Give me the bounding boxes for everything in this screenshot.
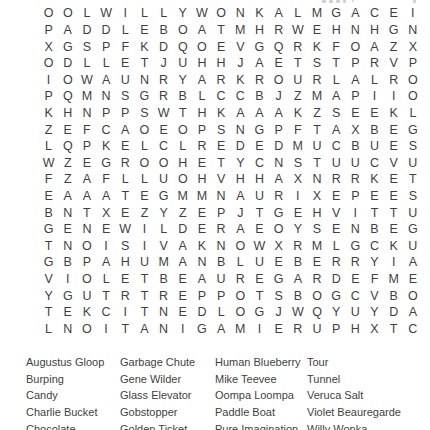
grid-cell[interactable]: B	[346, 138, 365, 155]
grid-cell[interactable]: S	[269, 287, 288, 304]
grid-cell[interactable]: J	[269, 88, 288, 105]
grid-cell[interactable]: E	[212, 138, 231, 155]
grid-cell[interactable]: B	[39, 204, 58, 221]
grid-cell[interactable]: N	[135, 71, 154, 88]
grid-cell[interactable]: G	[58, 287, 77, 304]
grid-cell[interactable]: S	[403, 188, 422, 205]
grid-cell[interactable]: F	[77, 121, 96, 138]
grid-cell[interactable]: H	[231, 171, 250, 188]
grid-cell[interactable]: E	[365, 188, 384, 205]
grid-cell[interactable]: V	[231, 38, 250, 55]
grid-cell[interactable]: E	[307, 22, 326, 39]
grid-cell[interactable]: G	[154, 188, 173, 205]
grid-cell[interactable]: O	[269, 221, 288, 238]
grid-cell[interactable]: L	[212, 304, 231, 321]
grid-cell[interactable]: V	[154, 238, 173, 255]
grid-cell[interactable]: L	[116, 22, 135, 39]
grid-cell[interactable]: K	[288, 105, 307, 122]
grid-cell[interactable]: S	[307, 221, 326, 238]
grid-cell[interactable]: T	[97, 287, 116, 304]
grid-cell[interactable]: Q	[173, 38, 192, 55]
grid-cell[interactable]: Y	[365, 304, 384, 321]
grid-cell[interactable]: T	[135, 287, 154, 304]
grid-cell[interactable]: T	[212, 22, 231, 39]
grid-cell[interactable]: B	[288, 254, 307, 271]
grid-cell[interactable]: W	[154, 105, 173, 122]
grid-cell[interactable]: N	[77, 221, 96, 238]
grid-cell[interactable]: I	[403, 5, 422, 22]
grid-cell[interactable]: Y	[173, 71, 192, 88]
grid-cell[interactable]: Z	[288, 88, 307, 105]
grid-cell[interactable]: N	[403, 22, 422, 39]
grid-cell[interactable]: Z	[173, 204, 192, 221]
grid-cell[interactable]: O	[173, 121, 192, 138]
grid-cell[interactable]: E	[116, 55, 135, 72]
grid-cell[interactable]: E	[135, 22, 154, 39]
grid-cell[interactable]: U	[250, 188, 269, 205]
grid-cell[interactable]: N	[58, 238, 77, 255]
grid-cell[interactable]: N	[231, 121, 250, 138]
grid-cell[interactable]: R	[307, 271, 326, 288]
grid-cell[interactable]: R	[212, 71, 231, 88]
grid-cell[interactable]: I	[97, 238, 116, 255]
grid-cell[interactable]: F	[116, 38, 135, 55]
grid-cell[interactable]: E	[192, 204, 211, 221]
grid-cell[interactable]: E	[97, 221, 116, 238]
grid-cell[interactable]: G	[192, 321, 211, 338]
grid-cell[interactable]: E	[384, 188, 403, 205]
grid-cell[interactable]: T	[212, 154, 231, 171]
grid-cell[interactable]: A	[97, 254, 116, 271]
grid-cell[interactable]: K	[231, 71, 250, 88]
grid-cell[interactable]: W	[250, 238, 269, 255]
grid-cell[interactable]: K	[135, 38, 154, 55]
grid-cell[interactable]: A	[231, 221, 250, 238]
grid-cell[interactable]: K	[39, 105, 58, 122]
grid-cell[interactable]: U	[212, 271, 231, 288]
grid-cell[interactable]: W	[97, 5, 116, 22]
grid-cell[interactable]: R	[116, 154, 135, 171]
grid-cell[interactable]: O	[77, 321, 96, 338]
grid-cell[interactable]: E	[116, 271, 135, 288]
grid-cell[interactable]: G	[403, 121, 422, 138]
grid-cell[interactable]: L	[154, 221, 173, 238]
grid-cell[interactable]: G	[250, 304, 269, 321]
grid-cell[interactable]: E	[327, 188, 346, 205]
grid-cell[interactable]: U	[250, 254, 269, 271]
grid-cell[interactable]: P	[346, 88, 365, 105]
grid-cell[interactable]: H	[327, 22, 346, 39]
grid-cell[interactable]: V	[384, 55, 403, 72]
grid-cell[interactable]: O	[403, 287, 422, 304]
grid-cell[interactable]: M	[77, 88, 96, 105]
grid-cell[interactable]: X	[346, 121, 365, 138]
grid-cell[interactable]: N	[58, 321, 77, 338]
grid-cell[interactable]: G	[58, 38, 77, 55]
grid-cell[interactable]: L	[365, 71, 384, 88]
grid-cell[interactable]: T	[250, 204, 269, 221]
grid-cell[interactable]: X	[39, 38, 58, 55]
grid-cell[interactable]: Y	[173, 5, 192, 22]
grid-cell[interactable]: E	[384, 138, 403, 155]
grid-cell[interactable]: H	[307, 204, 326, 221]
grid-cell[interactable]: H	[365, 22, 384, 39]
grid-cell[interactable]: N	[192, 254, 211, 271]
grid-cell[interactable]: G	[327, 287, 346, 304]
grid-cell[interactable]: L	[231, 254, 250, 271]
grid-cell[interactable]: E	[384, 171, 403, 188]
grid-cell[interactable]: A	[231, 188, 250, 205]
grid-cell[interactable]: F	[39, 171, 58, 188]
grid-cell[interactable]: A	[250, 55, 269, 72]
grid-cell[interactable]: A	[327, 88, 346, 105]
grid-cell[interactable]: R	[269, 188, 288, 205]
grid-cell[interactable]: T	[135, 304, 154, 321]
grid-cell[interactable]: R	[269, 22, 288, 39]
grid-cell[interactable]: Z	[307, 105, 326, 122]
grid-cell[interactable]: I	[346, 204, 365, 221]
grid-cell[interactable]: N	[346, 221, 365, 238]
grid-cell[interactable]: I	[58, 271, 77, 288]
grid-cell[interactable]: U	[173, 55, 192, 72]
grid-cell[interactable]: E	[212, 38, 231, 55]
grid-cell[interactable]: M	[154, 254, 173, 271]
grid-cell[interactable]: R	[116, 287, 135, 304]
grid-cell[interactable]: R	[346, 171, 365, 188]
grid-cell[interactable]: R	[154, 88, 173, 105]
grid-cell[interactable]: U	[135, 254, 154, 271]
grid-cell[interactable]: Y	[154, 204, 173, 221]
grid-cell[interactable]: H	[212, 55, 231, 72]
grid-cell[interactable]: G	[135, 88, 154, 105]
grid-cell[interactable]: H	[192, 105, 211, 122]
grid-cell[interactable]: T	[288, 55, 307, 72]
grid-cell[interactable]: E	[116, 204, 135, 221]
grid-cell[interactable]: B	[250, 88, 269, 105]
grid-cell[interactable]: A	[97, 188, 116, 205]
grid-cell[interactable]: L	[327, 71, 346, 88]
grid-cell[interactable]: A	[269, 105, 288, 122]
grid-cell[interactable]: N	[269, 154, 288, 171]
grid-cell[interactable]: R	[384, 71, 403, 88]
grid-cell[interactable]: H	[116, 254, 135, 271]
grid-cell[interactable]: I	[288, 188, 307, 205]
grid-cell[interactable]: I	[116, 304, 135, 321]
grid-cell[interactable]: U	[403, 154, 422, 171]
grid-cell[interactable]: L	[97, 271, 116, 288]
grid-cell[interactable]: U	[346, 304, 365, 321]
grid-cell[interactable]: T	[307, 121, 326, 138]
grid-cell[interactable]: X	[288, 171, 307, 188]
grid-cell[interactable]: F	[288, 121, 307, 138]
grid-cell[interactable]: G	[269, 271, 288, 288]
grid-cell[interactable]: C	[97, 304, 116, 321]
grid-cell[interactable]: C	[365, 238, 384, 255]
grid-cell[interactable]: O	[231, 304, 250, 321]
grid-cell[interactable]: I	[365, 88, 384, 105]
grid-cell[interactable]: T	[116, 321, 135, 338]
grid-cell[interactable]: N	[77, 105, 96, 122]
grid-cell[interactable]: A	[58, 188, 77, 205]
grid-cell[interactable]: C	[365, 5, 384, 22]
grid-cell[interactable]: T	[77, 204, 96, 221]
grid-cell[interactable]: M	[288, 138, 307, 155]
grid-cell[interactable]: O	[212, 5, 231, 22]
grid-cell[interactable]: P	[327, 321, 346, 338]
grid-cell[interactable]: J	[231, 55, 250, 72]
grid-cell[interactable]: N	[346, 22, 365, 39]
grid-cell[interactable]: K	[307, 38, 326, 55]
grid-cell[interactable]: K	[365, 171, 384, 188]
grid-cell[interactable]: O	[77, 271, 96, 288]
grid-cell[interactable]: B	[365, 121, 384, 138]
grid-cell[interactable]: I	[116, 5, 135, 22]
grid-cell[interactable]: N	[307, 171, 326, 188]
grid-cell[interactable]: A	[116, 121, 135, 138]
grid-cell[interactable]: D	[77, 22, 96, 39]
grid-cell[interactable]: H	[192, 171, 211, 188]
grid-cell[interactable]: D	[97, 22, 116, 39]
grid-cell[interactable]: E	[250, 271, 269, 288]
grid-cell[interactable]: V	[39, 271, 58, 288]
grid-cell[interactable]: P	[39, 88, 58, 105]
grid-cell[interactable]: R	[288, 238, 307, 255]
grid-cell[interactable]: A	[77, 188, 96, 205]
grid-cell[interactable]: U	[403, 238, 422, 255]
grid-cell[interactable]: C	[250, 154, 269, 171]
grid-cell[interactable]: Y	[327, 304, 346, 321]
grid-cell[interactable]: E	[384, 121, 403, 138]
grid-cell[interactable]: C	[97, 121, 116, 138]
grid-cell[interactable]: M	[231, 321, 250, 338]
grid-cell[interactable]: H	[250, 22, 269, 39]
grid-cell[interactable]: P	[346, 188, 365, 205]
grid-cell[interactable]: N	[231, 5, 250, 22]
grid-cell[interactable]: E	[192, 154, 211, 171]
grid-cell[interactable]: L	[154, 5, 173, 22]
grid-cell[interactable]: Z	[384, 38, 403, 55]
grid-cell[interactable]: D	[327, 271, 346, 288]
grid-cell[interactable]: K	[97, 138, 116, 155]
grid-cell[interactable]: G	[327, 5, 346, 22]
grid-cell[interactable]: M	[192, 188, 211, 205]
grid-cell[interactable]: E	[346, 105, 365, 122]
grid-cell[interactable]: Q	[58, 88, 77, 105]
grid-cell[interactable]: W	[77, 71, 96, 88]
grid-cell[interactable]: O	[231, 238, 250, 255]
grid-cell[interactable]: J	[154, 55, 173, 72]
grid-cell[interactable]: O	[39, 5, 58, 22]
grid-cell[interactable]: O	[346, 38, 365, 55]
grid-cell[interactable]: M	[231, 22, 250, 39]
grid-cell[interactable]: S	[116, 238, 135, 255]
grid-cell[interactable]: O	[231, 287, 250, 304]
grid-cell[interactable]: Y	[39, 287, 58, 304]
grid-cell[interactable]: M	[307, 238, 326, 255]
grid-cell[interactable]: P	[77, 254, 96, 271]
grid-cell[interactable]: S	[288, 154, 307, 171]
grid-cell[interactable]: G	[403, 221, 422, 238]
grid-cell[interactable]: S	[327, 105, 346, 122]
grid-cell[interactable]: E	[403, 271, 422, 288]
grid-cell[interactable]: Q	[58, 138, 77, 155]
grid-cell[interactable]: S	[403, 138, 422, 155]
grid-cell[interactable]: A	[403, 254, 422, 271]
grid-cell[interactable]: I	[97, 321, 116, 338]
grid-cell[interactable]: B	[154, 271, 173, 288]
grid-cell[interactable]: O	[269, 71, 288, 88]
grid-cell[interactable]: X	[97, 204, 116, 221]
grid-cell[interactable]: C	[346, 287, 365, 304]
grid-cell[interactable]: K	[250, 5, 269, 22]
grid-cell[interactable]: O	[58, 71, 77, 88]
grid-cell[interactable]: E	[173, 271, 192, 288]
grid-cell[interactable]: Q	[307, 304, 326, 321]
grid-cell[interactable]: E	[269, 254, 288, 271]
grid-cell[interactable]: R	[346, 254, 365, 271]
grid-cell[interactable]: B	[365, 221, 384, 238]
grid-cell[interactable]: X	[269, 238, 288, 255]
grid-cell[interactable]: A	[212, 321, 231, 338]
grid-cell[interactable]: E	[269, 55, 288, 72]
grid-cell[interactable]: E	[39, 188, 58, 205]
grid-cell[interactable]: X	[403, 38, 422, 55]
grid-cell[interactable]: U	[288, 71, 307, 88]
grid-cell[interactable]: D	[154, 38, 173, 55]
grid-cell[interactable]: E	[384, 221, 403, 238]
grid-cell[interactable]: O	[135, 154, 154, 171]
grid-cell[interactable]: B	[288, 287, 307, 304]
grid-cell[interactable]: P	[212, 287, 231, 304]
grid-cell[interactable]: F	[97, 171, 116, 188]
grid-cell[interactable]: C	[365, 154, 384, 171]
grid-cell[interactable]: D	[173, 221, 192, 238]
grid-cell[interactable]: C	[231, 88, 250, 105]
grid-cell[interactable]: Q	[269, 38, 288, 55]
grid-cell[interactable]: T	[365, 204, 384, 221]
grid-cell[interactable]: O	[58, 5, 77, 22]
grid-cell[interactable]: L	[192, 88, 211, 105]
grid-cell[interactable]: E	[346, 271, 365, 288]
grid-cell[interactable]: T	[384, 204, 403, 221]
grid-cell[interactable]: J	[269, 304, 288, 321]
grid-cell[interactable]: R	[327, 254, 346, 271]
grid-cell[interactable]: T	[403, 171, 422, 188]
grid-cell[interactable]: S	[135, 105, 154, 122]
grid-cell[interactable]: I	[173, 321, 192, 338]
grid-cell[interactable]: H	[250, 171, 269, 188]
grid-cell[interactable]: L	[135, 5, 154, 22]
grid-cell[interactable]: E	[288, 204, 307, 221]
grid-cell[interactable]: A	[327, 121, 346, 138]
grid-cell[interactable]: N	[154, 321, 173, 338]
grid-cell[interactable]: B	[154, 22, 173, 39]
grid-cell[interactable]: P	[212, 204, 231, 221]
grid-cell[interactable]: Z	[39, 121, 58, 138]
grid-cell[interactable]: L	[77, 55, 96, 72]
grid-cell[interactable]: F	[365, 271, 384, 288]
grid-cell[interactable]: L	[173, 138, 192, 155]
grid-cell[interactable]: A	[269, 171, 288, 188]
grid-cell[interactable]: A	[365, 38, 384, 55]
grid-cell[interactable]: P	[192, 121, 211, 138]
grid-cell[interactable]: A	[346, 5, 365, 22]
grid-cell[interactable]: E	[250, 221, 269, 238]
grid-cell[interactable]: E	[154, 121, 173, 138]
grid-cell[interactable]: A	[192, 71, 211, 88]
grid-cell[interactable]: V	[212, 171, 231, 188]
grid-cell[interactable]: L	[97, 55, 116, 72]
grid-cell[interactable]: I	[135, 221, 154, 238]
grid-cell[interactable]: E	[135, 188, 154, 205]
grid-cell[interactable]: C	[403, 321, 422, 338]
grid-cell[interactable]: T	[173, 105, 192, 122]
grid-cell[interactable]: G	[250, 121, 269, 138]
grid-cell[interactable]: S	[212, 121, 231, 138]
grid-cell[interactable]: G	[346, 238, 365, 255]
grid-cell[interactable]: I	[39, 71, 58, 88]
grid-cell[interactable]: C	[212, 88, 231, 105]
grid-cell[interactable]: R	[327, 171, 346, 188]
grid-cell[interactable]: U	[77, 287, 96, 304]
grid-cell[interactable]: W	[192, 5, 211, 22]
grid-cell[interactable]: A	[250, 105, 269, 122]
grid-cell[interactable]: E	[58, 121, 77, 138]
grid-cell[interactable]: V	[384, 154, 403, 171]
grid-cell[interactable]: G	[384, 22, 403, 39]
grid-cell[interactable]: A	[403, 304, 422, 321]
grid-cell[interactable]: A	[192, 22, 211, 39]
grid-cell[interactable]: L	[403, 105, 422, 122]
grid-cell[interactable]: A	[173, 238, 192, 255]
grid-cell[interactable]: P	[346, 55, 365, 72]
grid-cell[interactable]: O	[403, 88, 422, 105]
grid-cell[interactable]: U	[307, 138, 326, 155]
grid-cell[interactable]: U	[346, 154, 365, 171]
grid-cell[interactable]: G	[97, 154, 116, 171]
grid-cell[interactable]: M	[307, 5, 326, 22]
grid-cell[interactable]: G	[250, 38, 269, 55]
grid-cell[interactable]: W	[288, 22, 307, 39]
grid-cell[interactable]: O	[77, 238, 96, 255]
grid-cell[interactable]: R	[288, 321, 307, 338]
grid-cell[interactable]: D	[384, 304, 403, 321]
grid-cell[interactable]: A	[135, 321, 154, 338]
grid-cell[interactable]: E	[173, 287, 192, 304]
grid-cell[interactable]: T	[250, 287, 269, 304]
grid-cell[interactable]: I	[250, 321, 269, 338]
grid-cell[interactable]: A	[288, 271, 307, 288]
grid-cell[interactable]: T	[135, 271, 154, 288]
grid-cell[interactable]: I	[384, 88, 403, 105]
grid-cell[interactable]: M	[384, 271, 403, 288]
grid-cell[interactable]: L	[39, 138, 58, 155]
grid-cell[interactable]: N	[97, 88, 116, 105]
grid-cell[interactable]: X	[307, 188, 326, 205]
grid-cell[interactable]: O	[307, 287, 326, 304]
grid-cell[interactable]: H	[173, 154, 192, 171]
grid-cell[interactable]: O	[173, 171, 192, 188]
grid-cell[interactable]: A	[97, 71, 116, 88]
grid-cell[interactable]: T	[39, 304, 58, 321]
grid-cell[interactable]: T	[384, 321, 403, 338]
grid-cell[interactable]: E	[77, 154, 96, 171]
grid-cell[interactable]: H	[192, 55, 211, 72]
grid-cell[interactable]: W	[39, 154, 58, 171]
grid-cell[interactable]: E	[269, 321, 288, 338]
grid-cell[interactable]: B	[384, 287, 403, 304]
grid-cell[interactable]: P	[116, 105, 135, 122]
